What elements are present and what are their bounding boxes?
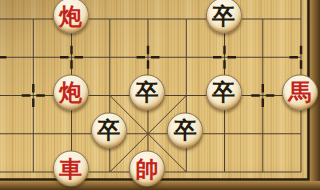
piece-red-cannon-c5[interactable]: 炮 [53,0,89,34]
point-f1[interactable] [167,153,205,190]
piece-red-chariot-c1[interactable]: 車 [53,151,89,187]
piece-red-cannon-c3[interactable]: 炮 [53,74,89,110]
point-h3[interactable] [244,76,282,114]
piece-character: 卒 [212,80,235,103]
point-d4[interactable] [91,38,129,76]
point-g4[interactable] [205,38,243,76]
point-d5[interactable] [91,0,129,38]
point-c5[interactable]: 炮 [52,0,90,38]
point-h5[interactable] [244,0,282,38]
point-g2[interactable] [205,115,243,153]
point-d2[interactable]: 卒 [91,115,129,153]
point-i4[interactable] [282,38,320,76]
piece-character: 卒 [136,80,159,103]
point-b3[interactable] [14,76,52,114]
point-e1[interactable]: 帥 [129,153,167,190]
piece-black-soldier-g3[interactable]: 卒 [206,74,242,110]
point-c2[interactable] [52,115,90,153]
point-g3[interactable]: 卒 [205,76,243,114]
point-h4[interactable] [244,38,282,76]
point-a1[interactable] [0,153,14,190]
piece-character: 帥 [136,157,159,180]
point-h1[interactable] [244,153,282,190]
point-d3[interactable] [91,76,129,114]
point-e2[interactable] [129,115,167,153]
point-e3[interactable]: 卒 [129,76,167,114]
point-i1[interactable] [282,153,320,190]
point-c1[interactable]: 車 [52,153,90,190]
piece-character: 卒 [97,118,120,141]
point-a5[interactable] [0,0,14,38]
point-f4[interactable] [167,38,205,76]
piece-black-soldier-f2[interactable]: 卒 [167,112,203,148]
point-a3[interactable] [0,76,14,114]
piece-character: 卒 [212,4,235,27]
point-e4[interactable] [129,38,167,76]
point-g5[interactable]: 卒 [205,0,243,38]
board-points-grid: 炮卒炮卒卒馬卒卒車帥 [0,0,320,190]
point-d1[interactable] [91,153,129,190]
point-c4[interactable] [52,38,90,76]
piece-black-soldier-d2[interactable]: 卒 [91,112,127,148]
point-i2[interactable] [282,115,320,153]
point-i5[interactable] [282,0,320,38]
point-a2[interactable] [0,115,14,153]
point-f2[interactable]: 卒 [167,115,205,153]
piece-character: 馬 [289,80,312,103]
point-f5[interactable] [167,0,205,38]
piece-red-general-e1[interactable]: 帥 [129,151,165,187]
piece-character: 炮 [59,80,82,103]
point-h2[interactable] [244,115,282,153]
xiangqi-board: 炮卒炮卒卒馬卒卒車帥 [0,0,320,190]
point-i3[interactable]: 馬 [282,76,320,114]
piece-black-soldier-e3[interactable]: 卒 [129,74,165,110]
piece-red-horse-i3[interactable]: 馬 [282,74,318,110]
point-b2[interactable] [14,115,52,153]
piece-character: 卒 [174,118,197,141]
piece-black-soldier-g5[interactable]: 卒 [206,0,242,34]
point-a4[interactable] [0,38,14,76]
point-e5[interactable] [129,0,167,38]
point-f3[interactable] [167,76,205,114]
piece-character: 車 [59,157,82,180]
point-b4[interactable] [14,38,52,76]
point-b1[interactable] [14,153,52,190]
piece-character: 炮 [59,4,82,27]
point-b5[interactable] [14,0,52,38]
point-c3[interactable]: 炮 [52,76,90,114]
point-g1[interactable] [205,153,243,190]
